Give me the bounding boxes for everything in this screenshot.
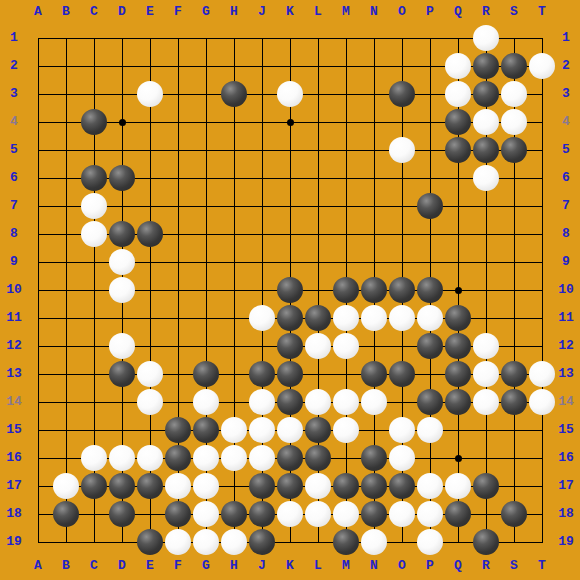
col-label-bottom-R: R [472, 559, 500, 573]
black-stone-S2[interactable] [501, 53, 527, 79]
white-stone-N14[interactable] [361, 389, 387, 415]
row-label-left-16: 16 [0, 451, 28, 465]
row-label-left-8: 8 [0, 227, 28, 241]
row-label-left-4: 4 [0, 115, 28, 129]
col-label-bottom-D: D [108, 559, 136, 573]
white-stone-D12[interactable] [109, 333, 135, 359]
white-stone-O16[interactable] [389, 445, 415, 471]
col-label-top-M: M [332, 5, 360, 19]
white-stone-J16[interactable] [249, 445, 275, 471]
row-label-right-15: 15 [552, 423, 580, 437]
white-stone-M15[interactable] [333, 417, 359, 443]
black-stone-Q18[interactable] [445, 501, 471, 527]
black-stone-C4[interactable] [81, 109, 107, 135]
black-stone-H3[interactable] [221, 81, 247, 107]
row-label-right-18: 18 [552, 507, 580, 521]
black-stone-H18[interactable] [221, 501, 247, 527]
black-stone-O10[interactable] [389, 277, 415, 303]
black-stone-S5[interactable] [501, 137, 527, 163]
black-stone-F18[interactable] [165, 501, 191, 527]
row-label-left-5: 5 [0, 143, 28, 157]
black-stone-P12[interactable] [417, 333, 443, 359]
col-label-top-D: D [108, 5, 136, 19]
col-label-top-J: J [248, 5, 276, 19]
black-stone-L16[interactable] [305, 445, 331, 471]
col-label-bottom-F: F [164, 559, 192, 573]
white-stone-K18[interactable] [277, 501, 303, 527]
white-stone-H19[interactable] [221, 529, 247, 555]
white-stone-H15[interactable] [221, 417, 247, 443]
col-label-top-E: E [136, 5, 164, 19]
white-stone-P17[interactable] [417, 473, 443, 499]
white-stone-D16[interactable] [109, 445, 135, 471]
white-stone-M18[interactable] [333, 501, 359, 527]
row-label-left-11: 11 [0, 311, 28, 325]
black-stone-R2[interactable] [473, 53, 499, 79]
white-stone-R1[interactable] [473, 25, 499, 51]
white-stone-P11[interactable] [417, 305, 443, 331]
white-stone-K3[interactable] [277, 81, 303, 107]
black-stone-L15[interactable] [305, 417, 331, 443]
white-stone-H16[interactable] [221, 445, 247, 471]
col-label-top-C: C [80, 5, 108, 19]
white-stone-E3[interactable] [137, 81, 163, 107]
black-stone-F15[interactable] [165, 417, 191, 443]
row-label-right-19: 19 [552, 535, 580, 549]
black-stone-Q5[interactable] [445, 137, 471, 163]
row-label-left-6: 6 [0, 171, 28, 185]
col-label-top-K: K [276, 5, 304, 19]
col-label-bottom-L: L [304, 559, 332, 573]
row-label-left-15: 15 [0, 423, 28, 437]
white-stone-E14[interactable] [137, 389, 163, 415]
white-stone-M12[interactable] [333, 333, 359, 359]
row-label-right-7: 7 [552, 199, 580, 213]
white-stone-M11[interactable] [333, 305, 359, 331]
white-stone-G16[interactable] [193, 445, 219, 471]
black-stone-J18[interactable] [249, 501, 275, 527]
white-stone-C8[interactable] [81, 221, 107, 247]
col-label-bottom-T: T [528, 559, 556, 573]
white-stone-L17[interactable] [305, 473, 331, 499]
col-label-bottom-C: C [80, 559, 108, 573]
black-stone-L11[interactable] [305, 305, 331, 331]
white-stone-N11[interactable] [361, 305, 387, 331]
row-label-left-18: 18 [0, 507, 28, 521]
black-stone-K10[interactable] [277, 277, 303, 303]
white-stone-B17[interactable] [53, 473, 79, 499]
black-stone-K14[interactable] [277, 389, 303, 415]
white-stone-O5[interactable] [389, 137, 415, 163]
white-stone-J15[interactable] [249, 417, 275, 443]
white-stone-G18[interactable] [193, 501, 219, 527]
black-stone-J19[interactable] [249, 529, 275, 555]
col-label-top-Q: Q [444, 5, 472, 19]
black-stone-M19[interactable] [333, 529, 359, 555]
col-label-top-H: H [220, 5, 248, 19]
col-label-bottom-P: P [416, 559, 444, 573]
col-label-top-F: F [164, 5, 192, 19]
col-label-bottom-A: A [24, 559, 52, 573]
row-label-left-10: 10 [0, 283, 28, 297]
black-stone-E17[interactable] [137, 473, 163, 499]
black-stone-K17[interactable] [277, 473, 303, 499]
white-stone-Q3[interactable] [445, 81, 471, 107]
black-stone-E19[interactable] [137, 529, 163, 555]
white-stone-P19[interactable] [417, 529, 443, 555]
white-stone-L14[interactable] [305, 389, 331, 415]
white-stone-C7[interactable] [81, 193, 107, 219]
white-stone-S4[interactable] [501, 109, 527, 135]
row-label-right-16: 16 [552, 451, 580, 465]
row-label-left-14: 14 [0, 395, 28, 409]
black-stone-M10[interactable] [333, 277, 359, 303]
black-stone-Q11[interactable] [445, 305, 471, 331]
col-label-bottom-O: O [388, 559, 416, 573]
white-stone-O18[interactable] [389, 501, 415, 527]
star-point-Q10 [455, 287, 462, 294]
row-label-right-11: 11 [552, 311, 580, 325]
white-stone-D9[interactable] [109, 249, 135, 275]
black-stone-Q4[interactable] [445, 109, 471, 135]
black-stone-R3[interactable] [473, 81, 499, 107]
col-label-top-T: T [528, 5, 556, 19]
col-label-top-O: O [388, 5, 416, 19]
white-stone-L18[interactable] [305, 501, 331, 527]
row-label-right-6: 6 [552, 171, 580, 185]
black-stone-J17[interactable] [249, 473, 275, 499]
row-label-left-19: 19 [0, 535, 28, 549]
black-stone-J13[interactable] [249, 361, 275, 387]
col-label-top-G: G [192, 5, 220, 19]
col-label-bottom-K: K [276, 559, 304, 573]
go-board: AABBCCDDEEFFGGHHJJKKLLMMNNOOPPQQRRSSTT11… [0, 0, 580, 580]
white-stone-D10[interactable] [109, 277, 135, 303]
col-label-top-P: P [416, 5, 444, 19]
black-stone-O17[interactable] [389, 473, 415, 499]
white-stone-E13[interactable] [137, 361, 163, 387]
black-stone-K16[interactable] [277, 445, 303, 471]
black-stone-N17[interactable] [361, 473, 387, 499]
row-label-right-3: 3 [552, 87, 580, 101]
row-label-right-10: 10 [552, 283, 580, 297]
white-stone-F19[interactable] [165, 529, 191, 555]
col-label-bottom-S: S [500, 559, 528, 573]
row-label-right-8: 8 [552, 227, 580, 241]
col-label-bottom-B: B [52, 559, 80, 573]
white-stone-O11[interactable] [389, 305, 415, 331]
white-stone-M14[interactable] [333, 389, 359, 415]
white-stone-J14[interactable] [249, 389, 275, 415]
white-stone-P15[interactable] [417, 417, 443, 443]
white-stone-T14[interactable] [529, 389, 555, 415]
black-stone-E8[interactable] [137, 221, 163, 247]
row-label-right-9: 9 [552, 255, 580, 269]
black-stone-S14[interactable] [501, 389, 527, 415]
white-stone-L12[interactable] [305, 333, 331, 359]
row-label-left-17: 17 [0, 479, 28, 493]
white-stone-J11[interactable] [249, 305, 275, 331]
col-label-bottom-J: J [248, 559, 276, 573]
row-label-right-14: 14 [552, 395, 580, 409]
col-label-top-R: R [472, 5, 500, 19]
col-label-bottom-N: N [360, 559, 388, 573]
black-stone-R17[interactable] [473, 473, 499, 499]
white-stone-T13[interactable] [529, 361, 555, 387]
black-stone-K12[interactable] [277, 333, 303, 359]
black-stone-G15[interactable] [193, 417, 219, 443]
row-label-right-4: 4 [552, 115, 580, 129]
black-stone-F16[interactable] [165, 445, 191, 471]
row-label-right-17: 17 [552, 479, 580, 493]
row-label-left-7: 7 [0, 199, 28, 213]
black-stone-C6[interactable] [81, 165, 107, 191]
white-stone-T2[interactable] [529, 53, 555, 79]
row-label-left-1: 1 [0, 31, 28, 45]
row-label-right-12: 12 [552, 339, 580, 353]
white-stone-G14[interactable] [193, 389, 219, 415]
white-stone-C16[interactable] [81, 445, 107, 471]
row-label-left-9: 9 [0, 255, 28, 269]
black-stone-Q14[interactable] [445, 389, 471, 415]
star-point-K4 [287, 119, 294, 126]
col-label-top-A: A [24, 5, 52, 19]
black-stone-P14[interactable] [417, 389, 443, 415]
row-label-left-13: 13 [0, 367, 28, 381]
col-label-bottom-H: H [220, 559, 248, 573]
black-stone-S13[interactable] [501, 361, 527, 387]
col-label-bottom-Q: Q [444, 559, 472, 573]
black-stone-M17[interactable] [333, 473, 359, 499]
black-stone-P7[interactable] [417, 193, 443, 219]
col-label-top-S: S [500, 5, 528, 19]
black-stone-D18[interactable] [109, 501, 135, 527]
black-stone-O3[interactable] [389, 81, 415, 107]
col-label-top-B: B [52, 5, 80, 19]
row-label-right-1: 1 [552, 31, 580, 45]
row-label-right-2: 2 [552, 59, 580, 73]
white-stone-G19[interactable] [193, 529, 219, 555]
black-stone-P10[interactable] [417, 277, 443, 303]
black-stone-O13[interactable] [389, 361, 415, 387]
col-label-top-N: N [360, 5, 388, 19]
black-stone-D13[interactable] [109, 361, 135, 387]
col-label-bottom-E: E [136, 559, 164, 573]
black-stone-D8[interactable] [109, 221, 135, 247]
col-label-bottom-G: G [192, 559, 220, 573]
white-stone-K15[interactable] [277, 417, 303, 443]
black-stone-N10[interactable] [361, 277, 387, 303]
black-stone-D17[interactable] [109, 473, 135, 499]
black-stone-G13[interactable] [193, 361, 219, 387]
white-stone-P18[interactable] [417, 501, 443, 527]
row-label-left-2: 2 [0, 59, 28, 73]
col-label-bottom-M: M [332, 559, 360, 573]
star-point-D4 [119, 119, 126, 126]
white-stone-N19[interactable] [361, 529, 387, 555]
black-stone-K13[interactable] [277, 361, 303, 387]
white-stone-E16[interactable] [137, 445, 163, 471]
white-stone-G17[interactable] [193, 473, 219, 499]
row-label-left-3: 3 [0, 87, 28, 101]
black-stone-K11[interactable] [277, 305, 303, 331]
black-stone-D6[interactable] [109, 165, 135, 191]
white-stone-R12[interactable] [473, 333, 499, 359]
row-label-left-12: 12 [0, 339, 28, 353]
black-stone-Q12[interactable] [445, 333, 471, 359]
black-stone-R5[interactable] [473, 137, 499, 163]
black-stone-N16[interactable] [361, 445, 387, 471]
black-stone-S18[interactable] [501, 501, 527, 527]
white-stone-R4[interactable] [473, 109, 499, 135]
white-stone-S3[interactable] [501, 81, 527, 107]
white-stone-R13[interactable] [473, 361, 499, 387]
white-stone-R14[interactable] [473, 389, 499, 415]
white-stone-F17[interactable] [165, 473, 191, 499]
black-stone-N18[interactable] [361, 501, 387, 527]
white-stone-Q17[interactable] [445, 473, 471, 499]
black-stone-C17[interactable] [81, 473, 107, 499]
black-stone-N13[interactable] [361, 361, 387, 387]
col-label-top-L: L [304, 5, 332, 19]
white-stone-O15[interactable] [389, 417, 415, 443]
star-point-Q16 [455, 455, 462, 462]
black-stone-R19[interactable] [473, 529, 499, 555]
black-stone-B18[interactable] [53, 501, 79, 527]
white-stone-R6[interactable] [473, 165, 499, 191]
white-stone-Q2[interactable] [445, 53, 471, 79]
row-label-right-13: 13 [552, 367, 580, 381]
row-label-right-5: 5 [552, 143, 580, 157]
black-stone-Q13[interactable] [445, 361, 471, 387]
